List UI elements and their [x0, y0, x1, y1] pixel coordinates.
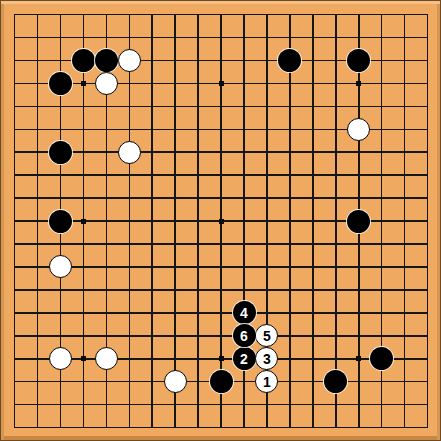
black-stone	[49, 141, 72, 164]
black-stone	[278, 49, 301, 72]
black-stone	[49, 72, 72, 95]
black-stone	[370, 347, 393, 370]
black-stone-move-6: 6	[233, 324, 256, 347]
white-stone	[95, 347, 118, 370]
move-number: 2	[240, 352, 248, 366]
black-stone	[210, 370, 233, 393]
move-number: 6	[240, 329, 248, 343]
stones-layer: 123456	[1, 1, 440, 440]
black-stone	[72, 49, 95, 72]
move-number: 5	[263, 329, 271, 343]
move-number: 4	[240, 306, 248, 320]
go-board[interactable]: 123456	[0, 0, 441, 441]
white-stone-move-5: 5	[255, 324, 278, 347]
white-stone	[347, 118, 370, 141]
white-stone-move-1: 1	[255, 370, 278, 393]
black-stone	[95, 49, 118, 72]
white-stone	[164, 370, 187, 393]
black-stone	[49, 210, 72, 233]
white-stone	[49, 347, 72, 370]
move-number: 3	[263, 352, 271, 366]
white-stone	[49, 255, 72, 278]
black-stone-move-4: 4	[233, 301, 256, 324]
white-stone	[118, 49, 141, 72]
black-stone	[324, 370, 347, 393]
white-stone	[95, 72, 118, 95]
black-stone-move-2: 2	[233, 347, 256, 370]
move-number: 1	[263, 375, 271, 389]
white-stone-move-3: 3	[255, 347, 278, 370]
black-stone	[347, 210, 370, 233]
black-stone	[347, 49, 370, 72]
white-stone	[118, 141, 141, 164]
